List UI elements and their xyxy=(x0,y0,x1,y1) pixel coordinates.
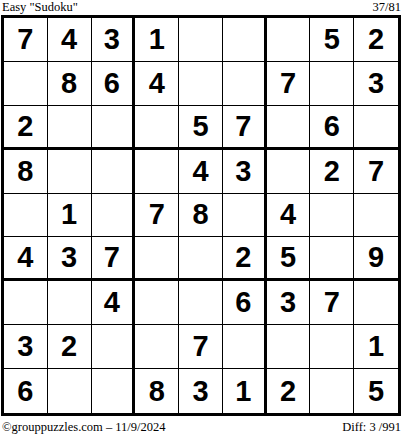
cell-r1c1: 7 xyxy=(4,18,48,62)
cell-r6c8 xyxy=(310,237,354,281)
cell-r7c9 xyxy=(354,281,398,325)
footer: ©grouppuzzles.com – 11/9/2024 Diff: 3 /9… xyxy=(1,420,401,436)
cell-r6c7: 5 xyxy=(267,237,311,281)
cell-r7c2 xyxy=(48,281,92,325)
puzzle-title: Easy "Sudoku" xyxy=(1,0,78,14)
cell-r6c6: 2 xyxy=(223,237,267,281)
cell-r7c4 xyxy=(135,281,179,325)
cell-r6c3: 7 xyxy=(92,237,136,281)
cell-r9c5: 3 xyxy=(179,369,223,413)
cell-r4c8: 2 xyxy=(310,150,354,194)
cell-r2c2: 8 xyxy=(48,62,92,106)
cell-r9c3 xyxy=(92,369,136,413)
header: Easy "Sudoku" 37/81 xyxy=(1,0,401,14)
cell-r4c4 xyxy=(135,150,179,194)
cell-r1c2: 4 xyxy=(48,18,92,62)
cell-r8c7 xyxy=(267,325,311,369)
cell-r8c1: 3 xyxy=(4,325,48,369)
cell-r9c4: 8 xyxy=(135,369,179,413)
cell-r9c6: 1 xyxy=(223,369,267,413)
cell-r5c3 xyxy=(92,194,136,238)
cell-r3c2 xyxy=(48,106,92,150)
cell-r5c4: 7 xyxy=(135,194,179,238)
cell-r8c5: 7 xyxy=(179,325,223,369)
cell-r2c8 xyxy=(310,62,354,106)
cell-r4c2 xyxy=(48,150,92,194)
cell-r8c4 xyxy=(135,325,179,369)
cell-r9c2 xyxy=(48,369,92,413)
cell-r4c6: 3 xyxy=(223,150,267,194)
cell-r5c7: 4 xyxy=(267,194,311,238)
copyright-text: ©grouppuzzles.com – 11/9/2024 xyxy=(1,420,166,435)
cell-r8c3 xyxy=(92,325,136,369)
cell-r3c6: 7 xyxy=(223,106,267,150)
cell-r6c4 xyxy=(135,237,179,281)
sudoku-board: 7431528647325768432717844372594637327168… xyxy=(1,15,401,416)
cell-r7c6: 6 xyxy=(223,281,267,325)
cell-r4c9: 7 xyxy=(354,150,398,194)
cell-r3c1: 2 xyxy=(4,106,48,150)
cell-r2c5 xyxy=(179,62,223,106)
cell-r1c5 xyxy=(179,18,223,62)
cell-r6c5 xyxy=(179,237,223,281)
cell-r8c2: 2 xyxy=(48,325,92,369)
cell-r9c1: 6 xyxy=(4,369,48,413)
cell-r8c8 xyxy=(310,325,354,369)
cell-r1c4: 1 xyxy=(135,18,179,62)
cell-r9c9: 5 xyxy=(354,369,398,413)
cell-r2c3: 6 xyxy=(92,62,136,106)
cell-r5c6 xyxy=(223,194,267,238)
cell-r5c1 xyxy=(4,194,48,238)
cell-r8c9: 1 xyxy=(354,325,398,369)
cell-r9c7: 2 xyxy=(267,369,311,413)
cell-r7c5 xyxy=(179,281,223,325)
cell-r3c3 xyxy=(92,106,136,150)
cell-r2c4: 4 xyxy=(135,62,179,106)
cell-r8c6 xyxy=(223,325,267,369)
cell-r1c6 xyxy=(223,18,267,62)
cell-r7c8: 7 xyxy=(310,281,354,325)
cell-r5c9 xyxy=(354,194,398,238)
cell-r5c5: 8 xyxy=(179,194,223,238)
cell-r2c1 xyxy=(4,62,48,106)
cell-r5c2: 1 xyxy=(48,194,92,238)
cell-r2c9: 3 xyxy=(354,62,398,106)
cell-r3c9 xyxy=(354,106,398,150)
sudoku-page: Easy "Sudoku" 37/81 74315286473257684327… xyxy=(0,0,402,437)
cell-r3c4 xyxy=(135,106,179,150)
cell-r7c7: 3 xyxy=(267,281,311,325)
cell-r3c8: 6 xyxy=(310,106,354,150)
cell-r4c1: 8 xyxy=(4,150,48,194)
cell-r7c1 xyxy=(4,281,48,325)
cell-r3c5: 5 xyxy=(179,106,223,150)
cell-r9c8 xyxy=(310,369,354,413)
cell-r3c7 xyxy=(267,106,311,150)
cell-r4c3 xyxy=(92,150,136,194)
cell-r4c7 xyxy=(267,150,311,194)
given-counter: 37/81 xyxy=(373,0,401,14)
cell-r1c3: 3 xyxy=(92,18,136,62)
difficulty-text: Diff: 3 /991 xyxy=(342,420,401,435)
cell-r2c6 xyxy=(223,62,267,106)
cell-r2c7: 7 xyxy=(267,62,311,106)
cell-r7c3: 4 xyxy=(92,281,136,325)
cell-r4c5: 4 xyxy=(179,150,223,194)
cell-r6c2: 3 xyxy=(48,237,92,281)
cell-r6c9: 9 xyxy=(354,237,398,281)
cell-r6c1: 4 xyxy=(4,237,48,281)
cell-r1c7 xyxy=(267,18,311,62)
cell-r1c8: 5 xyxy=(310,18,354,62)
cell-r1c9: 2 xyxy=(354,18,398,62)
cell-r5c8 xyxy=(310,194,354,238)
